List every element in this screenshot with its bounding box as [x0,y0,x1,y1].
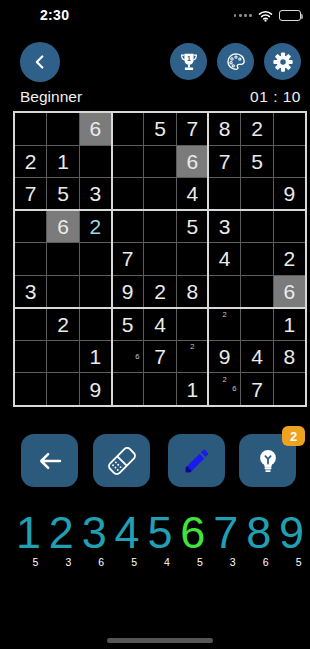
cell-r8c9[interactable]: 8 [274,341,305,373]
cell-r8c2[interactable] [47,341,78,373]
cell-value: 7 [154,346,166,367]
cell-value: 3 [89,183,101,204]
home-indicator[interactable] [107,638,213,643]
cell-r4c1[interactable] [15,211,46,243]
cell-value: 7 [219,151,231,172]
cell-value: 8 [186,281,198,302]
pencil-notes: 26 [210,374,239,404]
cell-r8c4[interactable]: 6 [112,341,143,373]
pencil-notes: 2 [178,342,207,372]
cell-r7c7[interactable]: 2 [209,308,240,340]
cell-r2c9[interactable] [274,146,305,178]
cell-value: 9 [89,379,101,400]
cell-r3c1[interactable]: 7 [15,178,46,210]
cell-r7c1[interactable] [15,308,46,340]
digit-remaining-count: 5 [131,557,137,567]
sudoku-board: 6578221675753496253742392862542116729489… [13,111,307,407]
numpad-digit-2[interactable]: 23 [45,509,78,567]
cell-r8c8[interactable]: 4 [241,341,272,373]
cell-value: 2 [251,118,263,139]
cell-value: 2 [283,248,295,269]
cell-r6c6[interactable]: 8 [177,276,208,308]
cell-value: 4 [251,346,263,367]
cell-r9c2[interactable] [47,373,78,405]
cell-r1c7[interactable]: 8 [209,113,240,145]
sudoku-board-cells: 6578221675753496253742392862542116729489… [15,113,305,405]
trophy-rank-number: 1 [187,54,191,61]
cell-r1c8[interactable]: 2 [241,113,272,145]
cell-r6c8[interactable] [241,276,272,308]
pencil-notes: 6 [113,342,142,372]
digit-remaining-count: 6 [263,557,269,567]
wifi-icon [257,9,274,22]
trophy-icon: 1 [178,51,200,73]
cell-r1c5[interactable]: 5 [144,113,175,145]
cell-r5c5[interactable] [144,243,175,275]
erase-button[interactable] [93,434,150,487]
cell-value: 4 [154,314,166,335]
cell-value: 7 [25,183,37,204]
numpad-digit-1[interactable]: 15 [12,509,45,567]
cell-value: 9 [122,281,134,302]
cell-value: 5 [251,151,263,172]
cell-r7c5[interactable]: 4 [144,308,175,340]
cell-value: 1 [283,314,295,335]
cell-r2c2[interactable]: 1 [47,146,78,178]
cell-r6c5[interactable]: 2 [144,276,175,308]
cell-r5c8[interactable] [241,243,272,275]
cell-r1c9[interactable] [274,113,305,145]
cell-r9c1[interactable] [15,373,46,405]
cell-r7c8[interactable] [241,308,272,340]
numpad-digit-4[interactable]: 45 [111,509,144,567]
cell-r5c7[interactable]: 4 [209,243,240,275]
cell-value: 1 [57,151,69,172]
theme-button[interactable] [217,43,254,80]
pencil-notes: 2 [210,309,239,339]
cell-value: 6 [89,118,101,139]
cell-r1c6[interactable]: 7 [177,113,208,145]
cell-value: 5 [186,216,198,237]
cell-r9c8[interactable]: 7 [241,373,272,405]
number-pad: 152336455465738695 [12,509,308,567]
cell-value: 9 [219,346,231,367]
cell-value: 3 [25,281,37,302]
digit-label: 2 [49,509,74,557]
cell-r6c3[interactable] [80,276,111,308]
cell-r5c9[interactable]: 2 [274,243,305,275]
digit-label: 4 [115,509,140,557]
cell-value: 5 [57,183,69,204]
status-bar: 2:30 [10,0,310,26]
cell-r3c5[interactable] [144,178,175,210]
cell-r3c4[interactable] [112,178,143,210]
difficulty-label: Beginner [20,88,82,106]
pencil-icon [182,446,212,476]
undo-button[interactable] [21,434,78,487]
cell-r5c2[interactable] [47,243,78,275]
cell-r3c9[interactable]: 9 [274,178,305,210]
cell-r4c2[interactable]: 6 [47,211,78,243]
digit-label: 6 [180,509,205,557]
cell-r3c8[interactable] [241,178,272,210]
arrow-left-icon [35,446,65,476]
cell-r6c2[interactable] [47,276,78,308]
cell-r3c3[interactable]: 3 [80,178,111,210]
cell-r5c6[interactable] [177,243,208,275]
cell-value: 4 [186,183,198,204]
cell-r3c6[interactable]: 4 [177,178,208,210]
cell-value: 2 [25,151,37,172]
cell-r9c3[interactable]: 9 [80,373,111,405]
cell-value: 4 [219,248,231,269]
digit-remaining-count: 5 [33,557,39,567]
cell-value: 2 [57,314,69,335]
digit-label: 3 [82,509,107,557]
cell-r1c1[interactable] [15,113,46,145]
cell-r5c4[interactable]: 7 [112,243,143,275]
chevron-left-icon [29,51,51,73]
cell-r1c4[interactable] [112,113,143,145]
digit-label: 1 [16,509,41,557]
digit-remaining-count: 3 [65,557,71,567]
notes-pencil-button[interactable] [168,434,225,487]
cell-r5c3[interactable] [80,243,111,275]
digit-remaining-count: 5 [296,557,302,567]
cell-r4c6[interactable]: 5 [177,211,208,243]
numpad-digit-3[interactable]: 36 [78,509,111,567]
cell-r7c3[interactable] [80,308,111,340]
lightbulb-icon [253,446,283,476]
cell-value: 3 [219,216,231,237]
cell-r3c2[interactable]: 5 [47,178,78,210]
cell-r4c5[interactable] [144,211,175,243]
cell-value: 7 [251,379,263,400]
numpad-digit-6[interactable]: 65 [176,509,209,567]
cell-value: 5 [154,118,166,139]
cell-r1c2[interactable] [47,113,78,145]
digit-remaining-count: 6 [98,557,104,567]
cell-r2c8[interactable]: 5 [241,146,272,178]
cell-r4c3[interactable]: 2 [80,211,111,243]
hint-count-badge: 2 [282,426,305,446]
battery-icon [279,10,301,21]
cell-r9c5[interactable] [144,373,175,405]
cell-value: 8 [283,346,295,367]
cell-r2c3[interactable] [80,146,111,178]
cell-r8c5[interactable]: 7 [144,341,175,373]
cell-r5c1[interactable] [15,243,46,275]
numpad-digit-7[interactable]: 73 [209,509,242,567]
cell-r7c6[interactable] [177,308,208,340]
cell-r4c9[interactable] [274,211,305,243]
cell-r6c7[interactable] [209,276,240,308]
settings-button[interactable] [264,43,301,80]
cell-r9c9[interactable] [274,373,305,405]
digit-label: 7 [213,509,238,557]
cell-value: 6 [57,216,69,237]
cell-r2c1[interactable]: 2 [15,146,46,178]
cell-r4c4[interactable] [112,211,143,243]
cell-r6c4[interactable]: 9 [112,276,143,308]
cell-value: 7 [186,118,198,139]
cell-r2c4[interactable] [112,146,143,178]
numpad-digit-5[interactable]: 54 [144,509,177,567]
cell-value: 8 [219,118,231,139]
digit-remaining-count: 4 [164,557,170,567]
cell-value: 5 [122,314,134,335]
cell-r8c1[interactable] [15,341,46,373]
cell-value: 6 [283,281,295,302]
cell-r3c7[interactable] [209,178,240,210]
cell-value: 2 [154,281,166,302]
digit-remaining-count: 5 [197,557,203,567]
cell-value: 1 [186,379,198,400]
cell-r7c2[interactable]: 2 [47,308,78,340]
digit-label: 9 [279,509,304,557]
cell-r4c8[interactable] [241,211,272,243]
palette-icon [225,51,247,73]
cellular-signal-icon [234,14,252,17]
cell-r8c3[interactable]: 1 [80,341,111,373]
digit-label: 8 [246,509,271,557]
cell-r9c6[interactable]: 1 [177,373,208,405]
cell-r9c4[interactable] [112,373,143,405]
numpad-digit-9[interactable]: 95 [275,509,308,567]
cell-value: 9 [283,183,295,204]
digit-label: 5 [147,509,172,557]
cell-r2c7[interactable]: 7 [209,146,240,178]
cell-value: 7 [122,248,134,269]
cell-r7c4[interactable]: 5 [112,308,143,340]
cell-r8c7[interactable]: 9 [209,341,240,373]
gear-icon [272,51,294,73]
cell-value: 1 [89,346,101,367]
cell-r2c6[interactable]: 6 [177,146,208,178]
cell-r9c7[interactable]: 26 [209,373,240,405]
achievements-button[interactable]: 1 [170,43,207,80]
cell-r4c7[interactable]: 3 [209,211,240,243]
cell-r1c3[interactable]: 6 [80,113,111,145]
cell-r6c9[interactable]: 6 [274,276,305,308]
cell-value: 6 [186,151,198,172]
cell-r8c6[interactable]: 2 [177,341,208,373]
eraser-icon [106,445,138,477]
back-button[interactable] [20,42,60,82]
cell-r7c9[interactable]: 1 [274,308,305,340]
game-timer: 01 : 10 [250,88,301,106]
numpad-digit-8[interactable]: 86 [242,509,275,567]
clock: 2:30 [40,7,69,23]
digit-remaining-count: 3 [230,557,236,567]
app-screen: 2:30 1 [10,0,310,649]
status-icons [234,9,301,22]
cell-value: 2 [89,216,101,237]
cell-r6c1[interactable]: 3 [15,276,46,308]
hint-button[interactable]: 2 [239,434,296,487]
cell-r2c5[interactable] [144,146,175,178]
